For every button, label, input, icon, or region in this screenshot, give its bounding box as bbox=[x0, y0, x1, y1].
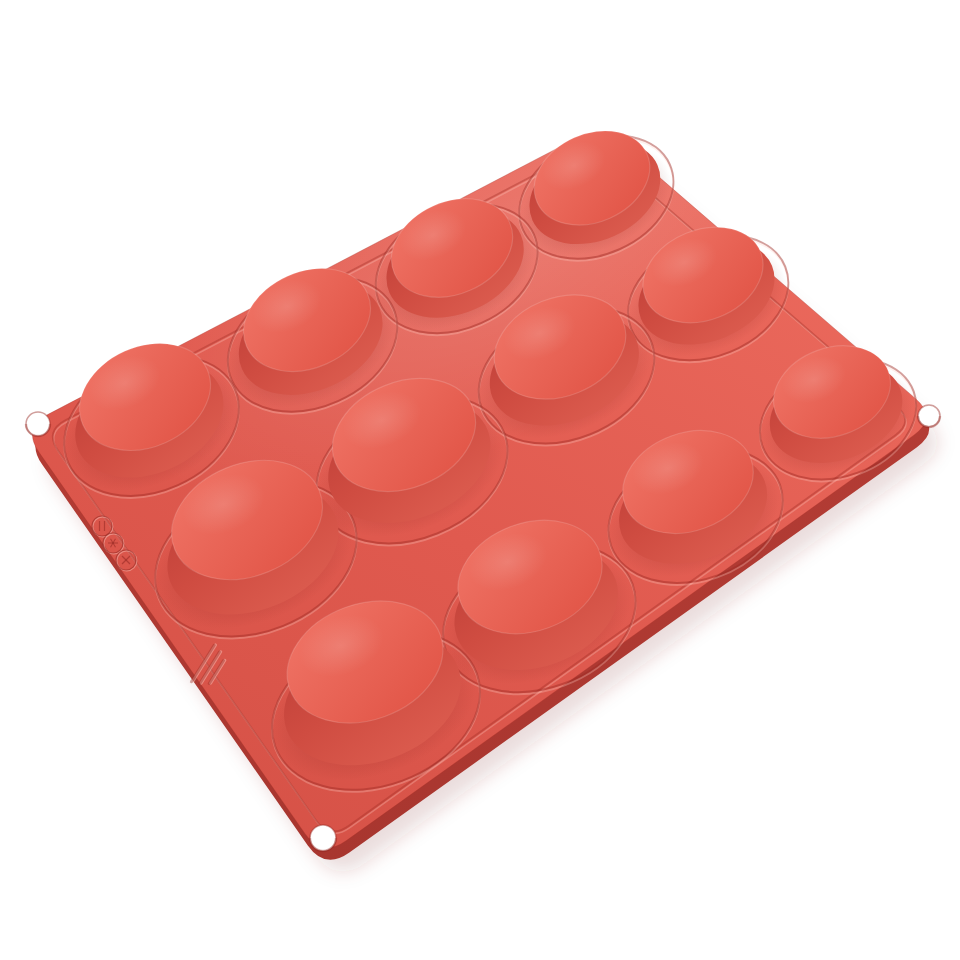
product-photo bbox=[0, 0, 960, 960]
muffin-mold-scene bbox=[0, 0, 960, 960]
